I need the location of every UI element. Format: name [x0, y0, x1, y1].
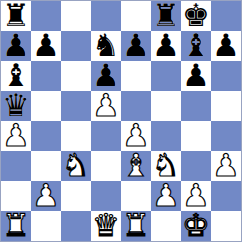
chess-board: ♜♜♜♜♚♚♟♟♟♟♞♞♟♟♟♟♝♝♟♟♝♝♟♟♟♟♛♛♟♟♟♟♟♟♞♞♝♝♞♞…: [0, 0, 242, 242]
black-pawn[interactable]: ♟♟: [31, 31, 61, 61]
white-queen[interactable]: ♛♛: [91, 211, 121, 241]
square-d1[interactable]: ♛♛: [91, 211, 121, 241]
square-b1[interactable]: [31, 211, 61, 241]
square-d4[interactable]: [91, 121, 121, 151]
black-pawn-outline: ♟: [181, 61, 211, 91]
square-d3[interactable]: [91, 151, 121, 181]
white-pawn[interactable]: ♟♟: [91, 91, 121, 121]
square-b2[interactable]: ♟♟: [31, 181, 61, 211]
white-pawn-outline: ♟: [31, 181, 61, 211]
square-c2[interactable]: [61, 181, 91, 211]
white-rook-outline: ♜: [1, 211, 31, 241]
square-d5[interactable]: ♟♟: [91, 91, 121, 121]
black-pawn-outline: ♟: [151, 31, 181, 61]
white-rook-outline: ♜: [121, 211, 151, 241]
square-h7[interactable]: ♟♟: [211, 31, 241, 61]
black-pawn-outline: ♟: [211, 31, 241, 61]
square-f2[interactable]: ♟♟: [151, 181, 181, 211]
square-f7[interactable]: ♟♟: [151, 31, 181, 61]
white-queen-outline: ♛: [91, 211, 121, 241]
square-b4[interactable]: [31, 121, 61, 151]
square-c5[interactable]: [61, 91, 91, 121]
square-g5[interactable]: [181, 91, 211, 121]
square-b5[interactable]: [31, 91, 61, 121]
white-bishop-outline: ♝: [121, 151, 151, 181]
square-c7[interactable]: [61, 31, 91, 61]
square-e1[interactable]: ♜♜: [121, 211, 151, 241]
white-pawn-outline: ♟: [211, 151, 241, 181]
white-knight[interactable]: ♞♞: [61, 151, 91, 181]
square-h5[interactable]: [211, 91, 241, 121]
square-a1[interactable]: ♜♜: [1, 211, 31, 241]
square-h1[interactable]: [211, 211, 241, 241]
square-e6[interactable]: [121, 61, 151, 91]
white-pawn-outline: ♟: [1, 121, 31, 151]
square-f5[interactable]: [151, 91, 181, 121]
white-knight-outline: ♞: [61, 151, 91, 181]
white-pawn-outline: ♟: [91, 91, 121, 121]
white-bishop[interactable]: ♝♝: [121, 151, 151, 181]
square-h3[interactable]: ♟♟: [211, 151, 241, 181]
black-pawn[interactable]: ♟♟: [121, 31, 151, 61]
square-c6[interactable]: [61, 61, 91, 91]
square-e3[interactable]: ♝♝: [121, 151, 151, 181]
black-pawn[interactable]: ♟♟: [181, 61, 211, 91]
white-king[interactable]: ♚♚: [181, 211, 211, 241]
square-c1[interactable]: [61, 211, 91, 241]
square-a4[interactable]: ♟♟: [1, 121, 31, 151]
square-c8[interactable]: [61, 1, 91, 31]
white-rook[interactable]: ♜♜: [1, 211, 31, 241]
square-b7[interactable]: ♟♟: [31, 31, 61, 61]
square-g6[interactable]: ♟♟: [181, 61, 211, 91]
white-rook[interactable]: ♜♜: [121, 211, 151, 241]
square-g4[interactable]: [181, 121, 211, 151]
black-pawn-outline: ♟: [31, 31, 61, 61]
black-pawn-outline: ♟: [121, 31, 151, 61]
black-pawn[interactable]: ♟♟: [211, 31, 241, 61]
square-f1[interactable]: [151, 211, 181, 241]
square-e7[interactable]: ♟♟: [121, 31, 151, 61]
square-c3[interactable]: ♞♞: [61, 151, 91, 181]
white-pawn[interactable]: ♟♟: [1, 121, 31, 151]
white-pawn[interactable]: ♟♟: [211, 151, 241, 181]
square-a3[interactable]: [1, 151, 31, 181]
black-pawn[interactable]: ♟♟: [151, 31, 181, 61]
square-f6[interactable]: [151, 61, 181, 91]
white-pawn[interactable]: ♟♟: [31, 181, 61, 211]
white-pawn[interactable]: ♟♟: [151, 181, 181, 211]
square-h2[interactable]: [211, 181, 241, 211]
white-pawn-outline: ♟: [151, 181, 181, 211]
square-g1[interactable]: ♚♚: [181, 211, 211, 241]
white-king-outline: ♚: [181, 211, 211, 241]
square-b6[interactable]: [31, 61, 61, 91]
square-h6[interactable]: [211, 61, 241, 91]
